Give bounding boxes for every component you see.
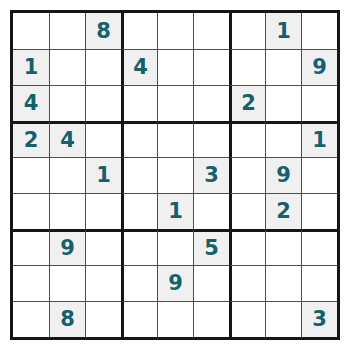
cell-r9c4-empty[interactable]	[121, 301, 157, 337]
cell-r7c7-empty[interactable]	[229, 229, 265, 265]
cell-r7c5-empty[interactable]	[157, 229, 193, 265]
cell-r9c1-empty[interactable]	[13, 301, 49, 337]
cell-r5c4-empty[interactable]	[121, 157, 157, 193]
cell-r4c9-given[interactable]: 1	[301, 121, 337, 157]
cell-r9c5-empty[interactable]	[157, 301, 193, 337]
cell-r9c9-given[interactable]: 3	[301, 301, 337, 337]
cell-r6c1-empty[interactable]	[13, 193, 49, 229]
cell-r1c2-empty[interactable]	[49, 13, 85, 49]
cell-r3c6-empty[interactable]	[193, 85, 229, 121]
cell-r4c3-empty[interactable]	[85, 121, 121, 157]
cell-r5c5-empty[interactable]	[157, 157, 193, 193]
cell-r4c4-empty[interactable]	[121, 121, 157, 157]
sudoku-board: 81149422411391295983	[10, 10, 340, 340]
cell-r8c7-empty[interactable]	[229, 265, 265, 301]
cell-r1c6-empty[interactable]	[193, 13, 229, 49]
cell-r3c1-given[interactable]: 4	[13, 85, 49, 121]
cell-r4c1-given[interactable]: 2	[13, 121, 49, 157]
cell-r2c1-given[interactable]: 1	[13, 49, 49, 85]
cell-r2c8-empty[interactable]	[265, 49, 301, 85]
cell-r2c6-empty[interactable]	[193, 49, 229, 85]
cell-r6c8-given[interactable]: 2	[265, 193, 301, 229]
cell-r7c9-empty[interactable]	[301, 229, 337, 265]
cell-r6c5-given[interactable]: 1	[157, 193, 193, 229]
cell-r5c3-given[interactable]: 1	[85, 157, 121, 193]
cell-r8c8-empty[interactable]	[265, 265, 301, 301]
cell-r5c7-empty[interactable]	[229, 157, 265, 193]
cell-r7c2-given[interactable]: 9	[49, 229, 85, 265]
cell-r1c4-empty[interactable]	[121, 13, 157, 49]
cell-r4c2-given[interactable]: 4	[49, 121, 85, 157]
cell-r3c2-empty[interactable]	[49, 85, 85, 121]
cell-r5c9-empty[interactable]	[301, 157, 337, 193]
cell-r8c5-given[interactable]: 9	[157, 265, 193, 301]
cell-r8c9-empty[interactable]	[301, 265, 337, 301]
cell-r3c8-empty[interactable]	[265, 85, 301, 121]
cell-r4c7-empty[interactable]	[229, 121, 265, 157]
cell-r9c3-empty[interactable]	[85, 301, 121, 337]
cell-r6c7-empty[interactable]	[229, 193, 265, 229]
cell-r3c7-given[interactable]: 2	[229, 85, 265, 121]
cell-r9c8-empty[interactable]	[265, 301, 301, 337]
cell-r2c3-empty[interactable]	[85, 49, 121, 85]
cell-r3c9-empty[interactable]	[301, 85, 337, 121]
cell-r6c4-empty[interactable]	[121, 193, 157, 229]
cell-r9c6-empty[interactable]	[193, 301, 229, 337]
cell-r9c2-given[interactable]: 8	[49, 301, 85, 337]
cell-r7c6-given[interactable]: 5	[193, 229, 229, 265]
cell-r7c4-empty[interactable]	[121, 229, 157, 265]
cell-r7c8-empty[interactable]	[265, 229, 301, 265]
cell-r6c6-empty[interactable]	[193, 193, 229, 229]
cell-r8c6-empty[interactable]	[193, 265, 229, 301]
cell-r6c3-empty[interactable]	[85, 193, 121, 229]
cell-r4c6-empty[interactable]	[193, 121, 229, 157]
cell-r6c9-empty[interactable]	[301, 193, 337, 229]
cell-r8c1-empty[interactable]	[13, 265, 49, 301]
cell-r1c1-empty[interactable]	[13, 13, 49, 49]
cell-r4c5-empty[interactable]	[157, 121, 193, 157]
cell-r2c9-given[interactable]: 9	[301, 49, 337, 85]
cell-r2c4-given[interactable]: 4	[121, 49, 157, 85]
cell-r2c5-empty[interactable]	[157, 49, 193, 85]
cell-r3c5-empty[interactable]	[157, 85, 193, 121]
cell-r2c2-empty[interactable]	[49, 49, 85, 85]
cell-r5c6-given[interactable]: 3	[193, 157, 229, 193]
cell-r1c7-empty[interactable]	[229, 13, 265, 49]
cell-r3c3-empty[interactable]	[85, 85, 121, 121]
cell-r8c3-empty[interactable]	[85, 265, 121, 301]
cell-r5c8-given[interactable]: 9	[265, 157, 301, 193]
cell-r5c1-empty[interactable]	[13, 157, 49, 193]
cell-r9c7-empty[interactable]	[229, 301, 265, 337]
cell-r5c2-empty[interactable]	[49, 157, 85, 193]
cell-r3c4-empty[interactable]	[121, 85, 157, 121]
cell-r6c2-empty[interactable]	[49, 193, 85, 229]
cell-r2c7-empty[interactable]	[229, 49, 265, 85]
cell-r1c8-given[interactable]: 1	[265, 13, 301, 49]
cell-r1c9-empty[interactable]	[301, 13, 337, 49]
cell-r1c5-empty[interactable]	[157, 13, 193, 49]
cell-r8c2-empty[interactable]	[49, 265, 85, 301]
cell-r7c3-empty[interactable]	[85, 229, 121, 265]
cell-r4c8-empty[interactable]	[265, 121, 301, 157]
cell-r1c3-given[interactable]: 8	[85, 13, 121, 49]
cell-r7c1-empty[interactable]	[13, 229, 49, 265]
sudoku-page: 81149422411391295983	[0, 0, 350, 350]
cell-r8c4-empty[interactable]	[121, 265, 157, 301]
